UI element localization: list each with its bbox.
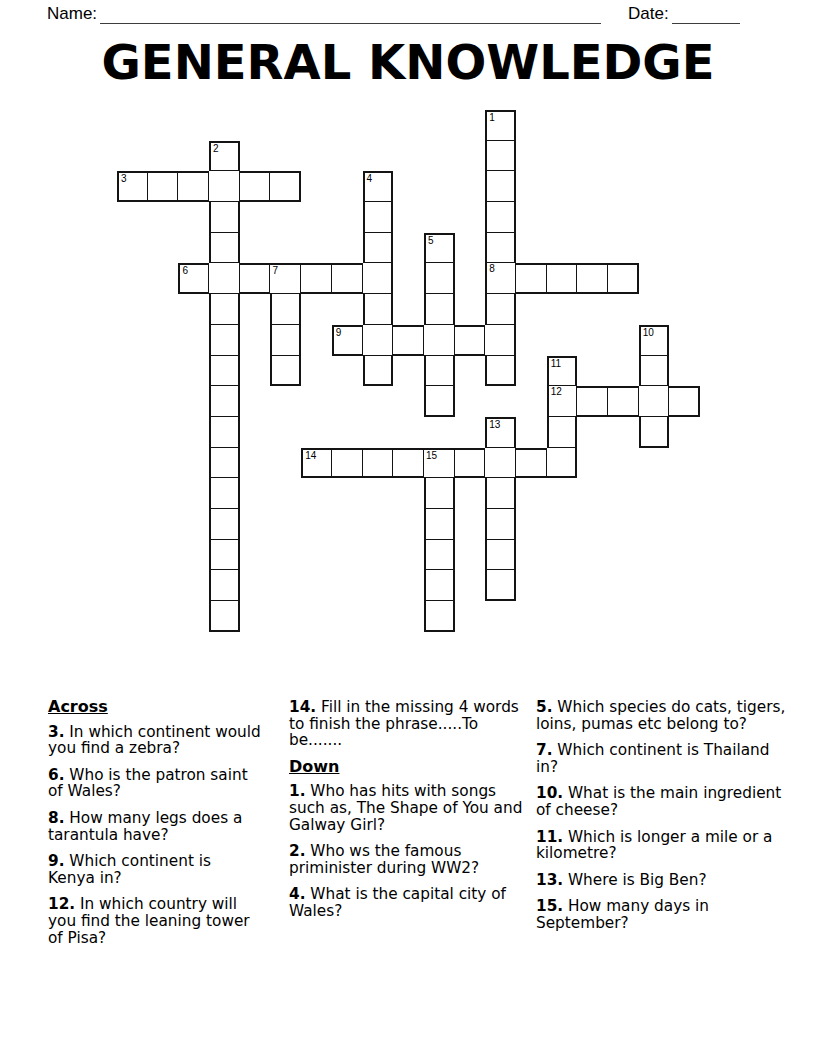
grid-cell-r16c3[interactable] xyxy=(209,601,240,632)
clue-number: 11. xyxy=(536,828,563,846)
grid-cell-r12c3[interactable] xyxy=(209,478,240,509)
grid-cell-r2c8[interactable]: 4 xyxy=(363,171,394,202)
grid-cell-r8c10[interactable] xyxy=(424,356,455,387)
grid-cell-r5c7[interactable] xyxy=(332,263,363,294)
grid-cell-r15c10[interactable] xyxy=(424,570,455,601)
grid-cell-r13c12[interactable] xyxy=(485,509,516,540)
grid-cell-r5c13[interactable] xyxy=(516,263,547,294)
crossword-grid: 123456789101112131415 xyxy=(117,110,700,632)
grid-cell-r5c4[interactable] xyxy=(240,263,271,294)
clue-number: 3. xyxy=(48,723,64,741)
grid-cell-r5c2[interactable]: 6 xyxy=(178,263,209,294)
grid-cell-r8c8[interactable] xyxy=(363,356,394,387)
cell-number: 10 xyxy=(643,327,654,338)
clue-across-9: 9. Which continent is Kenya in? xyxy=(48,853,261,886)
clues-column-3: 5. Which species do cats, tigers, loins,… xyxy=(536,699,792,942)
cell-number: 7 xyxy=(272,265,278,276)
grid-cell-r9c14[interactable]: 12 xyxy=(547,386,578,417)
grid-cell-r6c12[interactable] xyxy=(485,294,516,325)
grid-cell-r1c12[interactable] xyxy=(485,141,516,172)
grid-cell-r6c5[interactable] xyxy=(270,294,301,325)
cell-number: 6 xyxy=(182,265,188,276)
grid-cell-r10c12[interactable]: 13 xyxy=(485,417,516,448)
clue-across-8: 8. How many legs does a tarantula have? xyxy=(48,810,261,843)
grid-cell-r3c8[interactable] xyxy=(363,202,394,233)
grid-cell-r6c3[interactable] xyxy=(209,294,240,325)
grid-cell-r3c3[interactable] xyxy=(209,202,240,233)
grid-cell-r8c3[interactable] xyxy=(209,356,240,387)
cell-number: 9 xyxy=(336,327,342,338)
grid-cell-r11c10[interactable]: 15 xyxy=(424,448,455,479)
across-heading: Across xyxy=(48,699,261,716)
grid-cell-r2c4[interactable] xyxy=(240,171,271,202)
grid-cell-r7c8[interactable] xyxy=(363,325,394,356)
grid-cell-r5c15[interactable] xyxy=(577,263,608,294)
grid-cell-r8c12[interactable] xyxy=(485,356,516,387)
grid-cell-r2c2[interactable] xyxy=(178,171,209,202)
grid-cell-r15c3[interactable] xyxy=(209,570,240,601)
clue-number: 12. xyxy=(48,895,75,913)
grid-cell-r9c17[interactable] xyxy=(639,386,670,417)
grid-cell-r7c7[interactable]: 9 xyxy=(332,325,363,356)
grid-cell-r6c10[interactable] xyxy=(424,294,455,325)
cell-number: 13 xyxy=(489,419,500,430)
clue-down-7: 7. Which continent is Thailand in? xyxy=(536,742,792,775)
cell-number: 15 xyxy=(426,450,437,461)
clue-across-6: 6. Who is the patron saint of Wales? xyxy=(48,767,261,800)
grid-cell-r11c12[interactable] xyxy=(485,448,516,479)
grid-cell-r7c3[interactable] xyxy=(209,325,240,356)
cell-number: 4 xyxy=(367,173,373,184)
grid-cell-r0c12[interactable]: 1 xyxy=(485,110,516,141)
grid-cell-r12c10[interactable] xyxy=(424,478,455,509)
clue-across-14: 14. Fill in the missing 4 words to finis… xyxy=(289,699,523,749)
grid-cell-r9c18[interactable] xyxy=(669,386,700,417)
grid-cell-r7c9[interactable] xyxy=(393,325,424,356)
grid-cell-r5c8[interactable] xyxy=(363,263,394,294)
grid-cell-r11c6[interactable]: 14 xyxy=(301,448,332,479)
clue-number: 7. xyxy=(536,741,552,759)
clue-number: 4. xyxy=(289,885,305,903)
grid-cell-r13c10[interactable] xyxy=(424,509,455,540)
grid-cell-r8c5[interactable] xyxy=(270,356,301,387)
grid-cell-r5c6[interactable] xyxy=(301,263,332,294)
clue-number: 14. xyxy=(289,698,316,716)
clue-down-2: 2. Who ws the famous priminister during … xyxy=(289,843,523,876)
cell-number: 14 xyxy=(305,450,316,461)
name-blank-line[interactable] xyxy=(100,3,601,24)
grid-cell-r2c3[interactable] xyxy=(209,171,240,202)
grid-cell-r8c14[interactable]: 11 xyxy=(547,356,578,387)
name-label: Name: xyxy=(47,4,97,24)
grid-cell-r4c8[interactable] xyxy=(363,233,394,264)
grid-cell-r10c14[interactable] xyxy=(547,417,578,448)
clue-number: 2. xyxy=(289,842,305,860)
worksheet-page: Name: Date: GENERAL KNOWLEDGE 1234567891… xyxy=(0,0,816,1056)
grid-cell-r7c10[interactable] xyxy=(424,325,455,356)
date-label: Date: xyxy=(628,4,669,24)
grid-cell-r8c17[interactable] xyxy=(639,356,670,387)
cell-number: 11 xyxy=(551,358,561,369)
grid-cell-r5c3[interactable] xyxy=(209,263,240,294)
cell-number: 3 xyxy=(121,173,127,184)
grid-cell-r5c10[interactable] xyxy=(424,263,455,294)
grid-cell-r1c3[interactable]: 2 xyxy=(209,141,240,172)
grid-cell-r14c12[interactable] xyxy=(485,540,516,571)
grid-cell-r4c10[interactable]: 5 xyxy=(424,233,455,264)
grid-cell-r11c9[interactable] xyxy=(393,448,424,479)
grid-cell-r10c17[interactable] xyxy=(639,417,670,448)
clue-down-13: 13. Where is Big Ben? xyxy=(536,872,792,889)
cell-number: 2 xyxy=(213,143,219,154)
clue-down-5: 5. Which species do cats, tigers, loins,… xyxy=(536,699,792,732)
clues-column-1: Across3. In which continent would you fi… xyxy=(48,699,261,956)
clue-down-1: 1. Who has hits with songs such as, The … xyxy=(289,783,523,833)
grid-cell-r7c17[interactable]: 10 xyxy=(639,325,670,356)
clue-down-4: 4. What is the capital city of Wales? xyxy=(289,886,523,919)
grid-cell-r4c12[interactable] xyxy=(485,233,516,264)
date-blank-line[interactable] xyxy=(672,3,740,24)
grid-cell-r11c13[interactable] xyxy=(516,448,547,479)
grid-cell-r5c12[interactable]: 8 xyxy=(485,263,516,294)
grid-cell-r5c5[interactable]: 7 xyxy=(270,263,301,294)
grid-cell-r6c8[interactable] xyxy=(363,294,394,325)
grid-cell-r14c3[interactable] xyxy=(209,540,240,571)
grid-cell-r13c3[interactable] xyxy=(209,509,240,540)
down-heading: Down xyxy=(289,759,523,776)
grid-cell-r9c16[interactable] xyxy=(608,386,639,417)
clue-number: 10. xyxy=(536,784,563,802)
grid-cell-r7c11[interactable] xyxy=(455,325,486,356)
grid-cell-r9c10[interactable] xyxy=(424,386,455,417)
grid-cell-r3c12[interactable] xyxy=(485,202,516,233)
grid-cell-r5c14[interactable] xyxy=(547,263,578,294)
clue-number: 1. xyxy=(289,782,305,800)
cell-number: 5 xyxy=(428,235,434,246)
grid-cell-r11c14[interactable] xyxy=(547,448,578,479)
grid-cell-r15c12[interactable] xyxy=(485,570,516,601)
clue-down-11: 11. Which is longer a mile or a kilometr… xyxy=(536,829,792,862)
grid-cell-r4c3[interactable] xyxy=(209,233,240,264)
clue-number: 15. xyxy=(536,897,563,915)
clues-column-2: 14. Fill in the missing 4 words to finis… xyxy=(289,699,523,930)
cell-number: 1 xyxy=(489,112,495,123)
clue-across-12: 12. In which country will you find the l… xyxy=(48,896,261,946)
cell-number: 12 xyxy=(551,386,562,397)
clue-number: 6. xyxy=(48,766,64,784)
clue-number: 8. xyxy=(48,809,64,827)
clue-number: 5. xyxy=(536,698,552,716)
grid-cell-r11c7[interactable] xyxy=(332,448,363,479)
grid-cell-r16c10[interactable] xyxy=(424,601,455,632)
clue-across-3: 3. In which continent would you find a z… xyxy=(48,724,261,757)
grid-cell-r11c11[interactable] xyxy=(455,448,486,479)
clue-number: 13. xyxy=(536,871,563,889)
clue-down-15: 15. How many days in September? xyxy=(536,898,792,931)
grid-cell-r7c5[interactable] xyxy=(270,325,301,356)
grid-cell-r14c10[interactable] xyxy=(424,540,455,571)
cell-number: 8 xyxy=(489,263,495,274)
grid-cell-r11c8[interactable] xyxy=(363,448,394,479)
grid-cell-r2c5[interactable] xyxy=(270,171,301,202)
grid-cell-r2c12[interactable] xyxy=(485,171,516,202)
grid-cell-r5c16[interactable] xyxy=(608,263,639,294)
grid-cell-r9c15[interactable] xyxy=(577,386,608,417)
grid-cell-r11c3[interactable] xyxy=(209,448,240,479)
grid-cell-r9c3[interactable] xyxy=(209,386,240,417)
clue-down-10: 10. What is the main ingredient of chees… xyxy=(536,785,792,818)
grid-cell-r10c3[interactable] xyxy=(209,417,240,448)
puzzle-title: GENERAL KNOWLEDGE xyxy=(0,34,816,90)
grid-cell-r12c12[interactable] xyxy=(485,478,516,509)
clue-number: 9. xyxy=(48,852,64,870)
grid-cell-r2c0[interactable]: 3 xyxy=(117,171,148,202)
grid-cell-r7c12[interactable] xyxy=(485,325,516,356)
grid-cell-r2c1[interactable] xyxy=(148,171,179,202)
